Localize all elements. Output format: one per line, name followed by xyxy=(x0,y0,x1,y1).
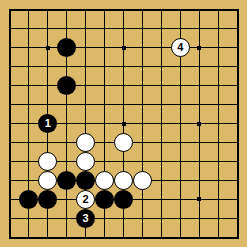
grid-line-vertical xyxy=(237,10,238,237)
go-stone-white[interactable] xyxy=(133,171,152,190)
go-stone-black[interactable] xyxy=(114,190,133,209)
go-stone-white[interactable]: 2 xyxy=(76,190,95,209)
grid-line-horizontal xyxy=(10,218,237,219)
go-board-diagram: 1342 xyxy=(0,0,247,247)
stone-move-number: 3 xyxy=(83,209,89,228)
go-stone-black[interactable]: 3 xyxy=(76,209,95,228)
go-stone-black[interactable] xyxy=(19,190,38,209)
grid-line-vertical xyxy=(142,10,143,237)
star-point xyxy=(122,122,126,126)
go-stone-black[interactable] xyxy=(57,171,76,190)
star-point xyxy=(197,46,201,50)
grid-line-vertical xyxy=(218,10,219,237)
grid-line-vertical xyxy=(161,10,162,237)
star-point xyxy=(197,197,201,201)
go-stone-black[interactable] xyxy=(95,190,114,209)
star-point xyxy=(46,46,50,50)
go-stone-white[interactable] xyxy=(95,171,114,190)
star-point xyxy=(197,122,201,126)
go-stone-white[interactable] xyxy=(38,171,57,190)
go-stone-white[interactable] xyxy=(76,152,95,171)
star-point xyxy=(122,46,126,50)
stone-move-number: 4 xyxy=(177,38,183,57)
go-stone-white[interactable] xyxy=(114,133,133,152)
go-stone-black[interactable] xyxy=(76,171,95,190)
go-board: 1342 xyxy=(0,0,247,247)
go-stone-white[interactable]: 4 xyxy=(171,38,190,57)
grid-line-horizontal xyxy=(10,237,237,238)
stone-move-number: 2 xyxy=(83,190,89,209)
go-stone-white[interactable] xyxy=(114,171,133,190)
stone-move-number: 1 xyxy=(45,114,51,133)
go-stone-black[interactable] xyxy=(38,190,57,209)
go-stone-white[interactable] xyxy=(76,133,95,152)
